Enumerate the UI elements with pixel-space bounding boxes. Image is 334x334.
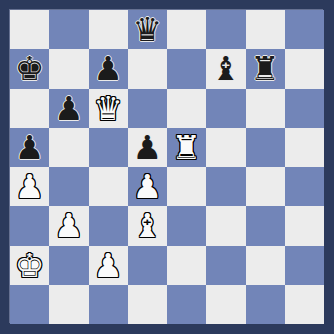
square-h1[interactable] bbox=[285, 285, 324, 324]
square-d4[interactable]: ♟ bbox=[128, 167, 167, 206]
square-h7[interactable] bbox=[285, 49, 324, 88]
square-f8[interactable] bbox=[206, 10, 245, 49]
square-c5[interactable] bbox=[89, 128, 128, 167]
square-h2[interactable] bbox=[285, 246, 324, 285]
white-pawn-c2[interactable]: ♟ bbox=[93, 249, 123, 282]
square-h6[interactable] bbox=[285, 89, 324, 128]
square-a2[interactable]: ♚ bbox=[10, 246, 49, 285]
square-d6[interactable] bbox=[128, 89, 167, 128]
square-g7[interactable]: ♜ bbox=[246, 49, 285, 88]
square-c3[interactable] bbox=[89, 206, 128, 245]
square-b4[interactable] bbox=[49, 167, 88, 206]
square-f4[interactable] bbox=[206, 167, 245, 206]
square-c4[interactable] bbox=[89, 167, 128, 206]
square-e7[interactable] bbox=[167, 49, 206, 88]
square-d2[interactable] bbox=[128, 246, 167, 285]
square-e3[interactable] bbox=[167, 206, 206, 245]
white-pawn-a4[interactable]: ♟ bbox=[15, 170, 45, 203]
square-b3[interactable]: ♟ bbox=[49, 206, 88, 245]
black-pawn-d5[interactable]: ♟ bbox=[133, 131, 163, 164]
black-queen-d8[interactable]: ♛ bbox=[133, 13, 163, 46]
square-g3[interactable] bbox=[246, 206, 285, 245]
square-h5[interactable] bbox=[285, 128, 324, 167]
square-g4[interactable] bbox=[246, 167, 285, 206]
board-frame: ♛♚♟♝♜♟♛♟♟♜♟♟♟♝♚♟ bbox=[0, 0, 334, 334]
square-c7[interactable]: ♟ bbox=[89, 49, 128, 88]
square-g1[interactable] bbox=[246, 285, 285, 324]
square-c1[interactable] bbox=[89, 285, 128, 324]
square-h8[interactable] bbox=[285, 10, 324, 49]
square-b1[interactable] bbox=[49, 285, 88, 324]
square-f2[interactable] bbox=[206, 246, 245, 285]
square-h3[interactable] bbox=[285, 206, 324, 245]
square-g8[interactable] bbox=[246, 10, 285, 49]
square-g6[interactable] bbox=[246, 89, 285, 128]
square-d1[interactable] bbox=[128, 285, 167, 324]
square-a7[interactable]: ♚ bbox=[10, 49, 49, 88]
square-f6[interactable] bbox=[206, 89, 245, 128]
white-bishop-d3[interactable]: ♝ bbox=[133, 209, 163, 242]
square-b5[interactable] bbox=[49, 128, 88, 167]
black-king-a7[interactable]: ♚ bbox=[15, 52, 45, 85]
black-pawn-c7[interactable]: ♟ bbox=[93, 52, 123, 85]
square-b6[interactable]: ♟ bbox=[49, 89, 88, 128]
square-c8[interactable] bbox=[89, 10, 128, 49]
black-rook-g7[interactable]: ♜ bbox=[250, 52, 280, 85]
square-a8[interactable] bbox=[10, 10, 49, 49]
square-c6[interactable]: ♛ bbox=[89, 89, 128, 128]
square-a6[interactable] bbox=[10, 89, 49, 128]
black-pawn-a5[interactable]: ♟ bbox=[15, 131, 45, 164]
square-e4[interactable] bbox=[167, 167, 206, 206]
square-d3[interactable]: ♝ bbox=[128, 206, 167, 245]
white-pawn-b3[interactable]: ♟ bbox=[54, 209, 84, 242]
square-b2[interactable] bbox=[49, 246, 88, 285]
square-e5[interactable]: ♜ bbox=[167, 128, 206, 167]
square-d8[interactable]: ♛ bbox=[128, 10, 167, 49]
square-f5[interactable] bbox=[206, 128, 245, 167]
square-d5[interactable]: ♟ bbox=[128, 128, 167, 167]
square-c2[interactable]: ♟ bbox=[89, 246, 128, 285]
square-e2[interactable] bbox=[167, 246, 206, 285]
black-pawn-b6[interactable]: ♟ bbox=[54, 92, 84, 125]
square-a1[interactable] bbox=[10, 285, 49, 324]
square-h4[interactable] bbox=[285, 167, 324, 206]
square-g2[interactable] bbox=[246, 246, 285, 285]
square-f3[interactable] bbox=[206, 206, 245, 245]
square-e6[interactable] bbox=[167, 89, 206, 128]
square-a4[interactable]: ♟ bbox=[10, 167, 49, 206]
square-a3[interactable] bbox=[10, 206, 49, 245]
white-rook-e5[interactable]: ♜ bbox=[172, 131, 202, 164]
square-g5[interactable] bbox=[246, 128, 285, 167]
square-a5[interactable]: ♟ bbox=[10, 128, 49, 167]
square-f7[interactable]: ♝ bbox=[206, 49, 245, 88]
square-e8[interactable] bbox=[167, 10, 206, 49]
white-king-a2[interactable]: ♚ bbox=[15, 249, 45, 282]
square-e1[interactable] bbox=[167, 285, 206, 324]
white-queen-c6[interactable]: ♛ bbox=[93, 92, 123, 125]
square-b8[interactable] bbox=[49, 10, 88, 49]
square-f1[interactable] bbox=[206, 285, 245, 324]
square-d7[interactable] bbox=[128, 49, 167, 88]
chess-board: ♛♚♟♝♜♟♛♟♟♜♟♟♟♝♚♟ bbox=[10, 10, 324, 324]
black-bishop-f7[interactable]: ♝ bbox=[211, 52, 241, 85]
white-pawn-d4[interactable]: ♟ bbox=[133, 170, 163, 203]
square-b7[interactable] bbox=[49, 49, 88, 88]
